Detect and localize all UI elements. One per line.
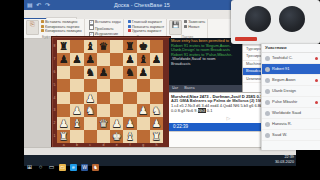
- square-e5[interactable]: [110, 79, 123, 92]
- black-queen-d8[interactable]: ♛: [97, 40, 110, 53]
- square-b6[interactable]: [70, 66, 83, 79]
- square-b7[interactable]: ♟: [70, 53, 83, 66]
- square-f6[interactable]: ♞: [123, 66, 136, 79]
- square-a5[interactable]: [57, 79, 70, 92]
- square-e4[interactable]: [110, 92, 123, 105]
- white-bishop-b2[interactable]: ♝: [70, 117, 83, 130]
- participant-row[interactable]: Worldwide Saud: [262, 108, 320, 119]
- square-h7[interactable]: ♟: [150, 53, 163, 66]
- square-e8[interactable]: [110, 40, 123, 53]
- ribbon-button[interactable]: Главный вариант: [128, 20, 165, 25]
- square-b8[interactable]: [70, 40, 83, 53]
- square-c6[interactable]: ♞: [84, 66, 97, 79]
- black-pawn-b7[interactable]: ♟: [70, 53, 83, 66]
- system-tray[interactable]: 22:39 30.03.2020: [275, 155, 294, 166]
- taskbar-icons: ⊞○▭🗀eW♞: [24, 155, 101, 172]
- word-icon[interactable]: W: [79, 162, 90, 173]
- chat-line: Broadcasts: [171, 62, 242, 67]
- ribbon-button[interactable]: Удалить вариант: [128, 29, 165, 34]
- edge-icon[interactable]: e: [68, 162, 79, 173]
- square-e2[interactable]: ♟: [110, 117, 123, 130]
- square-f2[interactable]: ♟: [123, 117, 136, 130]
- participants-panel: Участники Towhidul C.Robert 91Begum Awon…: [261, 44, 320, 150]
- square-a8[interactable]: ♜: [57, 40, 70, 53]
- white-pawn-c4[interactable]: ♟: [84, 92, 97, 105]
- current-move[interactable]: Nh3: [198, 108, 206, 113]
- square-d6[interactable]: ♟: [97, 66, 110, 79]
- ribbon-button[interactable]: Новая: [184, 25, 205, 30]
- white-pawn-b3[interactable]: ♟: [70, 104, 83, 117]
- square-c5[interactable]: [84, 79, 97, 92]
- participant-row[interactable]: Towhidul C.: [262, 53, 320, 64]
- square-h2[interactable]: ♟: [150, 117, 163, 130]
- participant-name: Ulanb Design: [272, 86, 296, 96]
- square-b5[interactable]: [70, 79, 83, 92]
- mic-muted-icon: [315, 79, 318, 82]
- square-a3[interactable]: [57, 104, 70, 117]
- rank-labels: 87654321: [53, 40, 57, 143]
- square-e7[interactable]: [110, 53, 123, 66]
- square-f4[interactable]: [123, 92, 136, 105]
- mic-muted-icon: [315, 101, 318, 104]
- participant-name: Towhidul C.: [272, 53, 293, 63]
- server-chat-pane[interactable]: Move entry has been permitted to TowhRob…: [169, 38, 242, 86]
- black-rook-f8[interactable]: ♜: [123, 40, 136, 53]
- ribbon-button[interactable]: Пробовать: [89, 25, 121, 32]
- white-pawn-e2[interactable]: ♟: [110, 117, 123, 130]
- participant-row[interactable]: Hanovia R.: [262, 119, 320, 130]
- square-c4[interactable]: ♟: [84, 92, 97, 105]
- participant-row[interactable]: Begum Awon: [262, 75, 320, 86]
- participant-row[interactable]: Robert 91: [262, 64, 320, 75]
- quick-access-toolbar[interactable]: ▤ ↶ ↷: [27, 0, 51, 10]
- white-knight-h3[interactable]: ♞: [150, 104, 163, 117]
- recording-indicator: [235, 37, 257, 41]
- participants-header: Участники: [262, 44, 320, 53]
- square-g5[interactable]: [137, 79, 150, 92]
- square-h1[interactable]: ♜: [150, 130, 163, 143]
- square-g2[interactable]: [137, 117, 150, 130]
- black-pawn-c7[interactable]: ♟: [84, 53, 97, 66]
- white-queen-d2[interactable]: ♛: [97, 117, 110, 130]
- avatar: [265, 89, 270, 94]
- avatar: [265, 122, 270, 127]
- participant-name: Saud W.: [272, 130, 287, 140]
- black-bishop-c8[interactable]: ♝: [84, 40, 97, 53]
- ribbon-button[interactable]: Вставить позицию: [41, 20, 82, 25]
- square-d2[interactable]: ♛: [97, 117, 110, 130]
- participant-name: Begum Awon: [272, 75, 296, 85]
- square-a2[interactable]: ♟: [57, 117, 70, 130]
- window-title: Доска - ChessBase 15: [114, 0, 170, 10]
- square-g7[interactable]: ♝: [137, 53, 150, 66]
- white-clock: 0:22:39: [173, 123, 188, 131]
- square-h3[interactable]: ♞: [150, 104, 163, 117]
- avatar: [265, 78, 270, 83]
- white-pawn-f2[interactable]: ♟: [123, 117, 136, 130]
- black-pawn-d6[interactable]: ♟: [97, 66, 110, 79]
- ribbon-group: 💾ЗаменитьНоваяПартия: [167, 19, 208, 39]
- taskbar: ⊞○▭🗀eW♞ 22:39 30.03.2020: [24, 155, 296, 166]
- black-pawn-a7[interactable]: ♟: [57, 53, 70, 66]
- square-h6[interactable]: [150, 66, 163, 79]
- black-king-g8[interactable]: ♚: [137, 40, 150, 53]
- participant-row[interactable]: Pulse Mbashir: [262, 97, 320, 108]
- avatar: [265, 100, 270, 105]
- participant-name: Hanovia R.: [272, 119, 292, 129]
- white-king-e1[interactable]: ♚: [110, 130, 123, 143]
- square-e6[interactable]: [110, 66, 123, 79]
- square-b3[interactable]: ♟: [70, 104, 83, 117]
- white-rook-a1[interactable]: ♜: [57, 130, 70, 143]
- white-rook-h1[interactable]: ♜: [150, 130, 163, 143]
- square-g3[interactable]: ♟: [137, 104, 150, 117]
- avatar: [265, 67, 270, 72]
- participant-row[interactable]: Ulanb Design: [262, 86, 320, 97]
- square-e1[interactable]: ♚: [110, 130, 123, 143]
- square-e3[interactable]: [110, 104, 123, 117]
- search-icon[interactable]: ○: [35, 162, 46, 173]
- square-f7[interactable]: ♟: [123, 53, 136, 66]
- chess-board[interactable]: ♜♝♛♜♚♟♟♟♟♝♟♞♟♞♟♟♟♞♟♞♟♝♛♟♟♟♜♚♝♜: [57, 40, 163, 143]
- square-h4[interactable]: [150, 92, 163, 105]
- avatar: [265, 111, 270, 116]
- webcam-avatar-1: [245, 6, 271, 32]
- black-pawn-h7[interactable]: ♟: [150, 53, 163, 66]
- square-c1[interactable]: [84, 130, 97, 143]
- chat-tab-Чат[interactable]: Чат: [172, 86, 178, 90]
- chessbase-icon[interactable]: ♞: [90, 162, 101, 173]
- square-g4[interactable]: [137, 92, 150, 105]
- square-b2[interactable]: ♝: [70, 117, 83, 130]
- square-d8[interactable]: ♛: [97, 40, 110, 53]
- participants-rows: Towhidul C.Robert 91Begum AwonUlanb Desi…: [262, 53, 320, 141]
- white-pawn-h2[interactable]: ♟: [150, 117, 163, 130]
- square-b4[interactable]: [70, 92, 83, 105]
- avatar: [265, 133, 270, 138]
- square-a7[interactable]: ♟: [57, 53, 70, 66]
- black-pawn-f7[interactable]: ♟: [123, 53, 136, 66]
- square-d4[interactable]: [97, 92, 110, 105]
- chat-tab-Вахта[interactable]: Вахта: [184, 86, 194, 90]
- mic-muted-icon: [315, 57, 318, 60]
- square-c3[interactable]: ♞: [84, 104, 97, 117]
- white-bishop-f1[interactable]: ♝: [123, 130, 136, 143]
- square-f3[interactable]: [123, 104, 136, 117]
- avatar: [265, 56, 270, 61]
- participant-row[interactable]: Saud W.: [262, 130, 320, 141]
- tray-date: 30.03.2020: [275, 160, 294, 165]
- black-bishop-g7[interactable]: ♝: [137, 53, 150, 66]
- ribbon-button[interactable]: Копировать позицию: [41, 29, 82, 34]
- square-f1[interactable]: ♝: [123, 130, 136, 143]
- square-d3[interactable]: [97, 104, 110, 117]
- ribbon-big-button[interactable]: ⎘: [26, 20, 39, 35]
- webcam-avatar-2: [279, 6, 305, 32]
- square-h8[interactable]: [150, 40, 163, 53]
- square-c2[interactable]: [84, 117, 97, 130]
- chat-tabs[interactable]: ЧатВахта: [169, 85, 243, 92]
- square-b1[interactable]: [70, 130, 83, 143]
- square-d7[interactable]: [97, 53, 110, 66]
- white-knight-c3[interactable]: ♞: [84, 104, 97, 117]
- square-g6[interactable]: ♟: [137, 66, 150, 79]
- participant-name: Worldwide Saud: [272, 108, 301, 118]
- square-f5[interactable]: [123, 79, 136, 92]
- square-g8[interactable]: ♚: [137, 40, 150, 53]
- participant-name: Pulse Mbashir: [272, 97, 297, 107]
- square-a1[interactable]: ♜: [57, 130, 70, 143]
- taskview-icon[interactable]: ▭: [46, 162, 57, 173]
- black-pawn-g6[interactable]: ♟: [137, 66, 150, 79]
- square-g1[interactable]: [137, 130, 150, 143]
- black-knight-f6[interactable]: ♞: [123, 66, 136, 79]
- folder-icon[interactable]: 🗀: [57, 162, 68, 173]
- square-a4[interactable]: [57, 92, 70, 105]
- square-a6[interactable]: [57, 66, 70, 79]
- start-icon[interactable]: ⊞: [24, 162, 35, 173]
- white-pawn-a2[interactable]: ♟: [57, 117, 70, 130]
- square-c7[interactable]: ♟: [84, 53, 97, 66]
- square-f8[interactable]: ♜: [123, 40, 136, 53]
- square-d5[interactable]: [97, 79, 110, 92]
- ribbon-button[interactable]: Заменить: [184, 20, 205, 25]
- square-h5[interactable]: [150, 79, 163, 92]
- square-c8[interactable]: ♝: [84, 40, 97, 53]
- black-knight-c6[interactable]: ♞: [84, 66, 97, 79]
- square-d1[interactable]: [97, 130, 110, 143]
- participant-name: Robert 91: [272, 64, 290, 74]
- white-pawn-g3[interactable]: ♟: [137, 104, 150, 117]
- black-rook-a8[interactable]: ♜: [57, 40, 70, 53]
- ribbon-big-button[interactable]: 💾: [169, 20, 182, 35]
